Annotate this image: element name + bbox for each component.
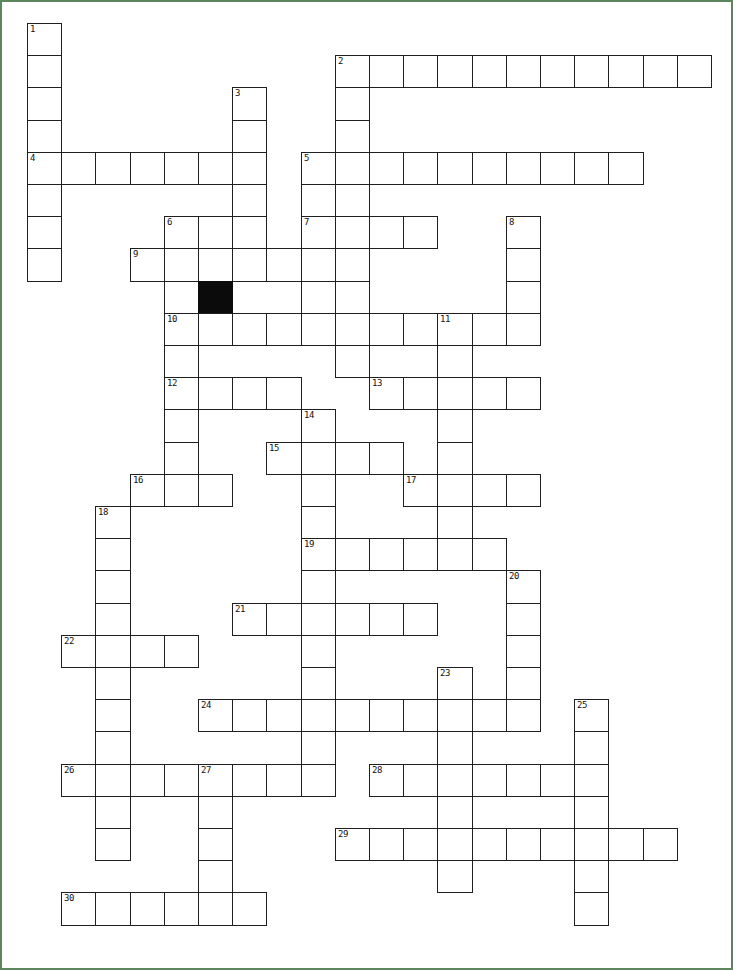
grid-cell-r4c3[interactable] — [130, 152, 165, 185]
grid-cell-r25c5[interactable] — [198, 828, 233, 861]
grid-cell-r20c2[interactable] — [95, 667, 131, 700]
grid-cell-r25c17[interactable] — [608, 828, 644, 861]
grid-cell-r1c11[interactable] — [403, 55, 438, 88]
grid-cell-r9c13[interactable] — [472, 313, 507, 346]
clue-number: 5 — [304, 153, 309, 163]
grid-cell-r4c12[interactable] — [437, 152, 473, 185]
grid-cell-r9c12[interactable]: 11 — [437, 313, 473, 346]
grid-cell-r23c4[interactable] — [164, 764, 199, 797]
clue-number: 28 — [372, 765, 382, 775]
clue-number: 27 — [201, 765, 211, 775]
grid-cell-r7c14[interactable] — [506, 248, 541, 282]
grid-cell-r23c12[interactable] — [437, 764, 473, 797]
grid-cell-r21c6[interactable] — [232, 699, 267, 732]
grid-cell-r8c9[interactable] — [335, 281, 370, 314]
grid-cell-r1c17[interactable] — [608, 55, 644, 88]
grid-cell-r27c3[interactable] — [130, 892, 165, 926]
grid-cell-r10c9[interactable] — [335, 345, 370, 378]
grid-cell-r1c19[interactable] — [677, 55, 712, 88]
grid-cell-r9c8[interactable] — [301, 313, 336, 346]
grid-cell-r1c15[interactable] — [540, 55, 575, 88]
grid-cell-r5c6[interactable] — [232, 184, 267, 217]
grid-cell-r14c14[interactable] — [506, 474, 541, 507]
grid-cell-r25c12[interactable] — [437, 828, 473, 861]
grid-cell-r11c11[interactable] — [403, 377, 438, 410]
grid-cell-r23c16[interactable] — [574, 764, 609, 797]
grid-cell-r23c5[interactable]: 27 — [198, 764, 233, 797]
clue-number: 4 — [30, 153, 35, 163]
grid-cell-r12c8[interactable]: 14 — [301, 409, 336, 443]
grid-cell-r5c9[interactable] — [335, 184, 370, 217]
grid-cell-r16c8[interactable]: 19 — [301, 538, 336, 571]
clue-number: 13 — [372, 378, 382, 388]
grid-cell-r6c0[interactable] — [27, 216, 62, 249]
grid-cell-r15c2[interactable]: 18 — [95, 506, 131, 539]
grid-cell-r9c14[interactable] — [506, 313, 541, 346]
clue-number: 8 — [509, 217, 514, 227]
grid-cell-r19c8[interactable] — [301, 635, 336, 668]
grid-cell-r11c14[interactable] — [506, 377, 541, 410]
grid-cell-r6c8[interactable]: 7 — [301, 216, 336, 249]
grid-cell-r17c2[interactable] — [95, 570, 131, 604]
grid-cell-r16c10[interactable] — [369, 538, 404, 571]
grid-cell-r23c7[interactable] — [266, 764, 302, 797]
grid-cell-r13c8[interactable] — [301, 442, 336, 475]
grid-cell-r11c7[interactable] — [266, 377, 302, 410]
grid-cell-r4c16[interactable] — [574, 152, 609, 185]
grid-cell-r25c18[interactable] — [643, 828, 678, 861]
clue-number: 26 — [64, 765, 74, 775]
grid-cell-r19c4[interactable] — [164, 635, 199, 668]
crossword-board: 1234567891011121314151617181920212223242… — [2, 2, 731, 968]
grid-cell-r23c1[interactable]: 26 — [61, 764, 96, 797]
grid-cell-r1c0[interactable] — [27, 55, 62, 88]
grid-cell-r19c14[interactable] — [506, 635, 541, 668]
clue-number: 29 — [338, 829, 348, 839]
grid-cell-r23c6[interactable] — [232, 764, 267, 797]
grid-cell-r5c0[interactable] — [27, 184, 62, 217]
grid-cell-r14c11[interactable]: 17 — [403, 474, 438, 507]
grid-cell-r15c8[interactable] — [301, 506, 336, 539]
grid-cell-r25c15[interactable] — [540, 828, 575, 861]
grid-cell-r4c17[interactable] — [608, 152, 644, 185]
grid-cell-r23c13[interactable] — [472, 764, 507, 797]
grid-cell-r3c6[interactable] — [232, 120, 267, 153]
grid-cell-r18c7[interactable] — [266, 603, 302, 636]
grid-cell-r0c0[interactable]: 1 — [27, 23, 62, 56]
grid-cell-r8c4[interactable] — [164, 281, 199, 314]
grid-cell-r14c4[interactable] — [164, 474, 199, 507]
grid-cell-r4c14[interactable] — [506, 152, 541, 185]
grid-cell-r4c2[interactable] — [95, 152, 131, 185]
grid-cell-r13c10[interactable] — [369, 442, 404, 475]
grid-cell-r11c10[interactable]: 13 — [369, 377, 404, 410]
grid-cell-r11c6[interactable] — [232, 377, 267, 410]
grid-cell-r7c3[interactable]: 9 — [130, 248, 165, 282]
grid-cell-r2c6[interactable]: 3 — [232, 87, 267, 121]
grid-cell-r1c13[interactable] — [472, 55, 507, 88]
grid-cell-r6c14[interactable]: 8 — [506, 216, 541, 249]
grid-cell-r6c4[interactable]: 6 — [164, 216, 199, 249]
grid-cell-r18c2[interactable] — [95, 603, 131, 636]
grid-cell-r23c3[interactable] — [130, 764, 165, 797]
clue-number: 22 — [64, 636, 74, 646]
clue-number: 23 — [440, 668, 450, 678]
grid-cell-r9c5[interactable] — [198, 313, 233, 346]
grid-cell-r14c5[interactable] — [198, 474, 233, 507]
grid-cell-r19c2[interactable] — [95, 635, 131, 668]
clue-number: 24 — [201, 700, 211, 710]
grid-cell-r25c16[interactable] — [574, 828, 609, 861]
clue-number: 9 — [133, 249, 138, 259]
grid-cell-r14c3[interactable]: 16 — [130, 474, 165, 507]
grid-cell-r4c10[interactable] — [369, 152, 404, 185]
grid-cell-r21c10[interactable] — [369, 699, 404, 732]
clue-number: 11 — [440, 314, 450, 324]
grid-cell-r25c11[interactable] — [403, 828, 438, 861]
grid-cell-r1c14[interactable] — [506, 55, 541, 88]
grid-cell-r23c2[interactable] — [95, 764, 131, 797]
grid-cell-r23c11[interactable] — [403, 764, 438, 797]
clue-number: 18 — [98, 507, 108, 517]
clue-number: 20 — [509, 571, 519, 581]
grid-cell-r6c10[interactable] — [369, 216, 404, 249]
grid-cell-r25c10[interactable] — [369, 828, 404, 861]
clue-number: 25 — [577, 700, 587, 710]
grid-cell-r22c12[interactable] — [437, 731, 473, 765]
grid-cell-r16c9[interactable] — [335, 538, 370, 571]
grid-cell-r6c11[interactable] — [403, 216, 438, 249]
grid-cell-r20c12[interactable]: 23 — [437, 667, 473, 700]
grid-cell-r10c4[interactable] — [164, 345, 199, 378]
grid-cell-r4c1[interactable] — [61, 152, 96, 185]
grid-cell-r16c12[interactable] — [437, 538, 473, 571]
grid-cell-r21c12[interactable] — [437, 699, 473, 732]
clue-number: 30 — [64, 893, 74, 903]
clue-number: 14 — [304, 410, 314, 420]
grid-cell-r27c1[interactable]: 30 — [61, 892, 96, 926]
grid-cell-r21c9[interactable] — [335, 699, 370, 732]
grid-cell-r7c9[interactable] — [335, 248, 370, 282]
puzzle-page: 1234567891011121314151617181920212223242… — [0, 0, 733, 970]
grid-cell-r1c9[interactable]: 2 — [335, 55, 370, 88]
grid-cell-r14c8[interactable] — [301, 474, 336, 507]
grid-cell-r27c6[interactable] — [232, 892, 267, 926]
grid-cell-r18c10[interactable] — [369, 603, 404, 636]
clue-number: 19 — [304, 539, 314, 549]
grid-cell-r5c8[interactable] — [301, 184, 336, 217]
grid-cell-r27c5[interactable] — [198, 892, 233, 926]
grid-cell-r13c12[interactable] — [437, 442, 473, 475]
grid-cell-r25c13[interactable] — [472, 828, 507, 861]
grid-cell-r13c7[interactable]: 15 — [266, 442, 302, 475]
grid-cell-r4c9[interactable] — [335, 152, 370, 185]
grid-cell-r14c13[interactable] — [472, 474, 507, 507]
grid-cell-r20c14[interactable] — [506, 667, 541, 700]
grid-cell-r18c6[interactable]: 21 — [232, 603, 267, 636]
grid-cell-r4c8[interactable]: 5 — [301, 152, 336, 185]
grid-cell-r26c5[interactable] — [198, 860, 233, 893]
grid-cell-r4c0[interactable]: 4 — [27, 152, 62, 185]
grid-cell-r9c11[interactable] — [403, 313, 438, 346]
clue-number: 16 — [133, 475, 143, 485]
grid-cell-r7c8[interactable] — [301, 248, 336, 282]
grid-cell-r16c2[interactable] — [95, 538, 131, 571]
grid-cell-r17c8[interactable] — [301, 570, 336, 604]
grid-cell-r6c5[interactable] — [198, 216, 233, 249]
grid-cell-r11c4[interactable]: 12 — [164, 377, 199, 410]
grid-cell-r26c16[interactable] — [574, 860, 609, 893]
grid-cell-r1c12[interactable] — [437, 55, 473, 88]
grid-cell-r23c8[interactable] — [301, 764, 336, 797]
grid-cell-r4c4[interactable] — [164, 152, 199, 185]
grid-cell-r9c9[interactable] — [335, 313, 370, 346]
grid-cell-r24c2[interactable] — [95, 796, 131, 829]
grid-cell-r18c8[interactable] — [301, 603, 336, 636]
clue-number: 6 — [167, 217, 172, 227]
grid-cell-r21c13[interactable] — [472, 699, 507, 732]
grid-cell-r6c9[interactable] — [335, 216, 370, 249]
clue-number: 17 — [406, 475, 416, 485]
grid-cell-r10c12[interactable] — [437, 345, 473, 378]
grid-cell-r4c15[interactable] — [540, 152, 575, 185]
grid-cell-r2c0[interactable] — [27, 87, 62, 121]
grid-cell-r4c5[interactable] — [198, 152, 233, 185]
clue-number: 2 — [338, 56, 343, 66]
grid-cell-r3c0[interactable] — [27, 120, 62, 153]
grid-cell-r4c13[interactable] — [472, 152, 507, 185]
grid-cell-r27c2[interactable] — [95, 892, 131, 926]
clue-number: 1 — [30, 24, 35, 34]
grid-cell-r21c7[interactable] — [266, 699, 302, 732]
clue-number: 3 — [235, 88, 240, 98]
clue-number: 10 — [167, 314, 177, 324]
grid-cell-r12c4[interactable] — [164, 409, 199, 443]
grid-cell-r25c14[interactable] — [506, 828, 541, 861]
grid-cell-r9c10[interactable] — [369, 313, 404, 346]
grid-cell-r7c7[interactable] — [266, 248, 302, 282]
grid-cell-r17c14[interactable]: 20 — [506, 570, 541, 604]
grid-cell-r20c8[interactable] — [301, 667, 336, 700]
grid-cell-r21c5[interactable]: 24 — [198, 699, 233, 732]
grid-cell-r7c4[interactable] — [164, 248, 199, 282]
grid-cell-r23c10[interactable]: 28 — [369, 764, 404, 797]
grid-cell-r21c2[interactable] — [95, 699, 131, 732]
grid-cell-r23c15[interactable] — [540, 764, 575, 797]
grid-cell-r21c14[interactable] — [506, 699, 541, 732]
grid-cell-r25c9[interactable]: 29 — [335, 828, 370, 861]
grid-cell-r13c9[interactable] — [335, 442, 370, 475]
grid-cell-r18c11[interactable] — [403, 603, 438, 636]
grid-cell-r11c12[interactable] — [437, 377, 473, 410]
grid-cell-r13c4[interactable] — [164, 442, 199, 475]
grid-cell-r9c4[interactable]: 10 — [164, 313, 199, 346]
grid-cell-r6c6[interactable] — [232, 216, 267, 249]
grid-cell-r12c12[interactable] — [437, 409, 473, 443]
grid-cell-r27c4[interactable] — [164, 892, 199, 926]
clue-number: 21 — [235, 604, 245, 614]
grid-cell-r4c11[interactable] — [403, 152, 438, 185]
grid-cell-r24c16[interactable] — [574, 796, 609, 829]
grid-cell-r9c6[interactable] — [232, 313, 267, 346]
grid-cell-r26c12[interactable] — [437, 860, 473, 893]
grid-cell-r4c6[interactable] — [232, 152, 267, 185]
grid-cell-r16c13[interactable] — [472, 538, 507, 571]
grid-cell-r19c1[interactable]: 22 — [61, 635, 96, 668]
grid-cell-r2c9[interactable] — [335, 87, 370, 121]
grid-cell-r21c8[interactable] — [301, 699, 336, 732]
grid-cell-r3c9[interactable] — [335, 120, 370, 153]
grid-cell-r14c12[interactable] — [437, 474, 473, 507]
black-cell — [198, 281, 233, 314]
grid-cell-r18c9[interactable] — [335, 603, 370, 636]
grid-cell-r23c14[interactable] — [506, 764, 541, 797]
grid-cell-r11c13[interactable] — [472, 377, 507, 410]
grid-cell-r7c6[interactable] — [232, 248, 267, 282]
clue-number: 15 — [269, 443, 279, 453]
grid-cell-r21c16[interactable]: 25 — [574, 699, 609, 732]
grid-cell-r25c2[interactable] — [95, 828, 131, 861]
grid-cell-r24c5[interactable] — [198, 796, 233, 829]
grid-cell-r11c5[interactable] — [198, 377, 233, 410]
grid-cell-r22c8[interactable] — [301, 731, 336, 765]
grid-cell-r1c18[interactable] — [643, 55, 678, 88]
grid-cell-r19c3[interactable] — [130, 635, 165, 668]
grid-cell-r7c0[interactable] — [27, 248, 62, 282]
clue-number: 7 — [304, 217, 309, 227]
grid-cell-r8c8[interactable] — [301, 281, 336, 314]
grid-cell-r21c11[interactable] — [403, 699, 438, 732]
grid-cell-r8c14[interactable] — [506, 281, 541, 314]
grid-cell-r22c16[interactable] — [574, 731, 609, 765]
grid-cell-r1c10[interactable] — [369, 55, 404, 88]
grid-cell-r15c12[interactable] — [437, 506, 473, 539]
clue-number: 12 — [167, 378, 177, 388]
grid-cell-r27c16[interactable] — [574, 892, 609, 926]
grid-cell-r7c5[interactable] — [198, 248, 233, 282]
grid-cell-r16c11[interactable] — [403, 538, 438, 571]
grid-cell-r18c14[interactable] — [506, 603, 541, 636]
grid-cell-r9c7[interactable] — [266, 313, 302, 346]
grid-cell-r1c16[interactable] — [574, 55, 609, 88]
grid-cell-r22c2[interactable] — [95, 731, 131, 765]
grid-cell-r24c12[interactable] — [437, 796, 473, 829]
